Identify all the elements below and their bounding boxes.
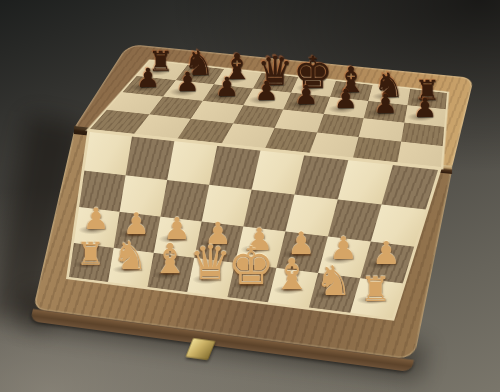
photo-scene: ♜♞♝♛♚♝♞♜♟♟♟♟♟♟♟♟♟♟♟♟♟♟♟♟♜♞♝♛♚♝♞♜ <box>0 0 500 392</box>
piece-black-pawn-d7[interactable]: ♟ <box>255 78 279 105</box>
piece-white-knight-g1[interactable]: ♞ <box>315 260 352 301</box>
piece-white-bishop-f1[interactable]: ♝ <box>273 254 311 297</box>
piece-white-rook-a1[interactable]: ♜ <box>76 238 105 270</box>
piece-white-rook-h1[interactable]: ♜ <box>360 272 390 306</box>
piece-white-pawn-h2[interactable]: ♟ <box>372 238 400 270</box>
square-b4[interactable] <box>126 137 175 180</box>
piece-black-pawn-f7[interactable]: ♟ <box>334 87 358 114</box>
piece-black-pawn-g7[interactable]: ♟ <box>373 91 397 118</box>
piece-black-pawn-b7[interactable]: ♟ <box>176 69 200 96</box>
piece-black-pawn-c7[interactable]: ♟ <box>215 74 239 101</box>
piece-black-pawn-h7[interactable]: ♟ <box>413 95 437 122</box>
piece-white-pawn-a2[interactable]: ♟ <box>83 205 110 235</box>
piece-white-knight-b1[interactable]: ♞ <box>113 236 148 275</box>
piece-black-pawn-a7[interactable]: ♟ <box>136 65 160 92</box>
piece-black-pawn-e7[interactable]: ♟ <box>294 82 318 109</box>
piece-white-queen-d1[interactable]: ♛ <box>189 239 231 286</box>
piece-white-king-e1[interactable]: ♚ <box>228 240 275 292</box>
square-a4[interactable] <box>84 132 131 175</box>
piece-white-bishop-c1[interactable]: ♝ <box>152 239 189 280</box>
